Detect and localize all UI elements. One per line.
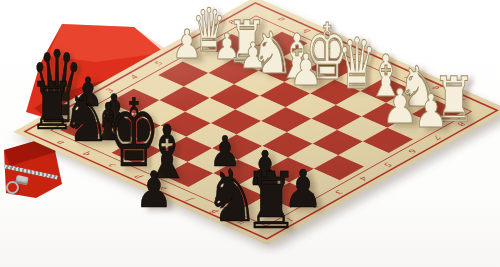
white-pawn-d6[interactable]: ♟	[289, 48, 323, 92]
black-pawn-f1[interactable]: ♟	[135, 165, 173, 215]
zipper-pull-ring-icon[interactable]	[6, 181, 19, 194]
black-knight-b1[interactable]: ♞	[61, 86, 111, 152]
white-pawn-a6[interactable]: ♟	[172, 24, 202, 64]
black-rook-h1[interactable]: ♜	[244, 162, 299, 240]
chess-set-product-photo: aabbccddeeffgghh1122334455667788 ♟♛♟♜♟♞♝…	[0, 0, 500, 267]
white-pawn-h7[interactable]: ♟	[413, 88, 448, 134]
